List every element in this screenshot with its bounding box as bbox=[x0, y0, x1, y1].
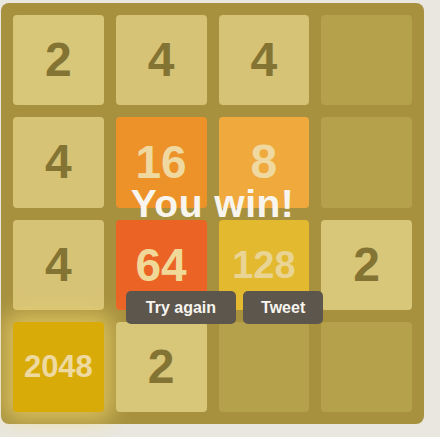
page-background: 2444168464128220482 You win! Try again T… bbox=[0, 0, 440, 437]
win-overlay: You win! Try again Tweet bbox=[1, 3, 424, 424]
tweet-button[interactable]: Tweet bbox=[243, 291, 323, 324]
try-again-button[interactable]: Try again bbox=[126, 291, 236, 324]
overlay-buttons: Try again Tweet bbox=[13, 291, 436, 324]
game-board: 2444168464128220482 You win! Try again T… bbox=[1, 3, 424, 424]
win-message: You win! bbox=[1, 182, 424, 226]
